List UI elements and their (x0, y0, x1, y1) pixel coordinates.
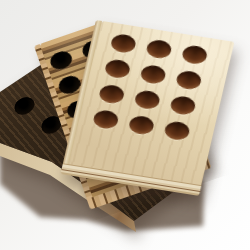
pit-hole (128, 115, 156, 136)
pit-hole (98, 84, 126, 105)
maple-pit-grid (78, 21, 235, 145)
pit-hole (92, 109, 120, 130)
product-photo-scene (0, 0, 250, 250)
pit-hole (175, 70, 203, 91)
pit-hole (181, 44, 209, 65)
pit-hole (163, 120, 191, 141)
pit-hole (169, 95, 197, 116)
pit-hole (133, 89, 161, 110)
pit-hole (139, 64, 167, 85)
pit-hole (48, 49, 74, 72)
pit-hole (11, 94, 37, 118)
pit-hole (110, 33, 138, 54)
pit-hole (104, 58, 132, 79)
pit-hole (145, 39, 173, 60)
